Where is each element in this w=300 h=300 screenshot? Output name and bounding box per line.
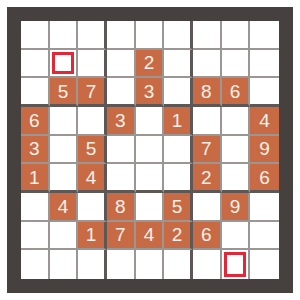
- cell-r5c6[interactable]: [164, 136, 193, 165]
- cell-r6c5[interactable]: [136, 164, 165, 193]
- cell-r8c2[interactable]: [50, 222, 79, 251]
- cell-r9c9[interactable]: [250, 250, 279, 279]
- cell-r5c9[interactable]: 9: [250, 136, 279, 165]
- cell-r1c9[interactable]: [250, 21, 279, 50]
- cell-digit: 7: [115, 225, 126, 244]
- cell-digit: 9: [259, 139, 270, 158]
- cell-digit: 9: [230, 196, 241, 215]
- cell-r5c8[interactable]: [222, 136, 251, 165]
- cell-r1c6[interactable]: [164, 21, 193, 50]
- cell-r8c6[interactable]: 2: [164, 222, 193, 251]
- cell-digit: 3: [29, 139, 40, 158]
- cell-digit: 8: [201, 81, 212, 100]
- cell-r5c3[interactable]: 5: [78, 136, 107, 165]
- cell-r6c8[interactable]: [222, 164, 251, 193]
- cell-digit: 4: [58, 196, 69, 215]
- cell-digit: 3: [144, 81, 155, 100]
- cell-digit: 6: [259, 167, 270, 186]
- cell-r5c7[interactable]: 7: [193, 136, 222, 165]
- cell-r2c6[interactable]: [164, 50, 193, 79]
- cell-r1c3[interactable]: [78, 21, 107, 50]
- cell-r2c4[interactable]: [107, 50, 136, 79]
- cell-digit: 8: [115, 196, 126, 215]
- cell-r9c6[interactable]: [164, 250, 193, 279]
- cell-r1c1[interactable]: [21, 21, 50, 50]
- cell-r6c3[interactable]: 4: [78, 164, 107, 193]
- cell-r6c7[interactable]: 2: [193, 164, 222, 193]
- cell-r6c4[interactable]: [107, 164, 136, 193]
- cell-r3c9[interactable]: [250, 78, 279, 107]
- cell-r2c3[interactable]: [78, 50, 107, 79]
- cell-r7c5[interactable]: [136, 193, 165, 222]
- cell-r6c2[interactable]: [50, 164, 79, 193]
- highlight-ring: [52, 52, 75, 75]
- cell-r7c4[interactable]: 8: [107, 193, 136, 222]
- cell-digit: 7: [86, 81, 97, 100]
- cell-r5c4[interactable]: [107, 136, 136, 165]
- cell-r3c5[interactable]: 3: [136, 78, 165, 107]
- cell-digit: 1: [29, 167, 40, 186]
- cell-r8c7[interactable]: 6: [193, 222, 222, 251]
- cell-digit: 6: [230, 81, 241, 100]
- cell-r6c6[interactable]: [164, 164, 193, 193]
- cell-digit: 7: [201, 139, 212, 158]
- cell-r9c3[interactable]: [78, 250, 107, 279]
- cell-r8c4[interactable]: 7: [107, 222, 136, 251]
- cell-r3c8[interactable]: 6: [222, 78, 251, 107]
- cell-r8c3[interactable]: 1: [78, 222, 107, 251]
- cell-r7c3[interactable]: [78, 193, 107, 222]
- cell-r1c7[interactable]: [193, 21, 222, 50]
- cell-digit: 4: [259, 110, 270, 129]
- cell-r4c2[interactable]: [50, 107, 79, 136]
- cell-r1c8[interactable]: [222, 21, 251, 50]
- cell-r4c4[interactable]: 3: [107, 107, 136, 136]
- cell-r7c2[interactable]: 4: [50, 193, 79, 222]
- cell-r3c3[interactable]: 7: [78, 78, 107, 107]
- cell-r4c8[interactable]: [222, 107, 251, 136]
- cell-r7c1[interactable]: [21, 193, 50, 222]
- cell-r4c5[interactable]: [136, 107, 165, 136]
- cell-r8c9[interactable]: [250, 222, 279, 251]
- cell-r7c8[interactable]: 9: [222, 193, 251, 222]
- cell-r7c9[interactable]: [250, 193, 279, 222]
- cell-r1c2[interactable]: [50, 21, 79, 50]
- cell-r2c2[interactable]: [50, 50, 79, 79]
- highlight-ring: [224, 252, 247, 277]
- cell-r2c8[interactable]: [222, 50, 251, 79]
- cell-digit: 3: [115, 110, 126, 129]
- cell-digit: 2: [172, 225, 183, 244]
- cell-r5c2[interactable]: [50, 136, 79, 165]
- cell-r3c7[interactable]: 8: [193, 78, 222, 107]
- cell-r5c5[interactable]: [136, 136, 165, 165]
- cell-r9c2[interactable]: [50, 250, 79, 279]
- cell-r3c6[interactable]: [164, 78, 193, 107]
- cell-r9c5[interactable]: [136, 250, 165, 279]
- cell-r8c8[interactable]: [222, 222, 251, 251]
- cell-r4c9[interactable]: 4: [250, 107, 279, 136]
- cell-r3c4[interactable]: [107, 78, 136, 107]
- board-frame: 257386631435791426485917426: [7, 7, 293, 293]
- cell-digit: 6: [201, 225, 212, 244]
- cell-r2c1[interactable]: [21, 50, 50, 79]
- cell-digit: 5: [86, 139, 97, 158]
- cell-r1c4[interactable]: [107, 21, 136, 50]
- cell-digit: 5: [58, 81, 69, 100]
- cell-digit: 4: [144, 225, 155, 244]
- cell-digit: 6: [29, 110, 40, 129]
- cell-digit: 1: [172, 110, 183, 129]
- cell-r2c9[interactable]: [250, 50, 279, 79]
- cell-r9c1[interactable]: [21, 250, 50, 279]
- cell-digit: 4: [86, 167, 97, 186]
- cell-r4c7[interactable]: [193, 107, 222, 136]
- cell-digit: 2: [201, 167, 212, 186]
- cell-r4c1[interactable]: 6: [21, 107, 50, 136]
- cell-r9c4[interactable]: [107, 250, 136, 279]
- cell-r7c7[interactable]: [193, 193, 222, 222]
- cell-digit: 5: [172, 196, 183, 215]
- cell-r2c5[interactable]: 2: [136, 50, 165, 79]
- cell-r3c2[interactable]: 5: [50, 78, 79, 107]
- cell-r2c7[interactable]: [193, 50, 222, 79]
- cell-r5c1[interactable]: 3: [21, 136, 50, 165]
- cell-r9c7[interactable]: [193, 250, 222, 279]
- cell-r4c6[interactable]: 1: [164, 107, 193, 136]
- cell-r6c9[interactable]: 6: [250, 164, 279, 193]
- cell-r8c5[interactable]: 4: [136, 222, 165, 251]
- sudoku-app: 257386631435791426485917426: [0, 0, 300, 300]
- cell-r7c6[interactable]: 5: [164, 193, 193, 222]
- sudoku-board: 257386631435791426485917426: [21, 21, 279, 279]
- cell-r4c3[interactable]: [78, 107, 107, 136]
- cell-r6c1[interactable]: 1: [21, 164, 50, 193]
- cell-r8c1[interactable]: [21, 222, 50, 251]
- cell-r9c8[interactable]: [222, 250, 251, 279]
- cell-r1c5[interactable]: [136, 21, 165, 50]
- cell-digit: 2: [144, 53, 155, 72]
- cell-digit: 1: [86, 225, 97, 244]
- cell-r3c1[interactable]: [21, 78, 50, 107]
